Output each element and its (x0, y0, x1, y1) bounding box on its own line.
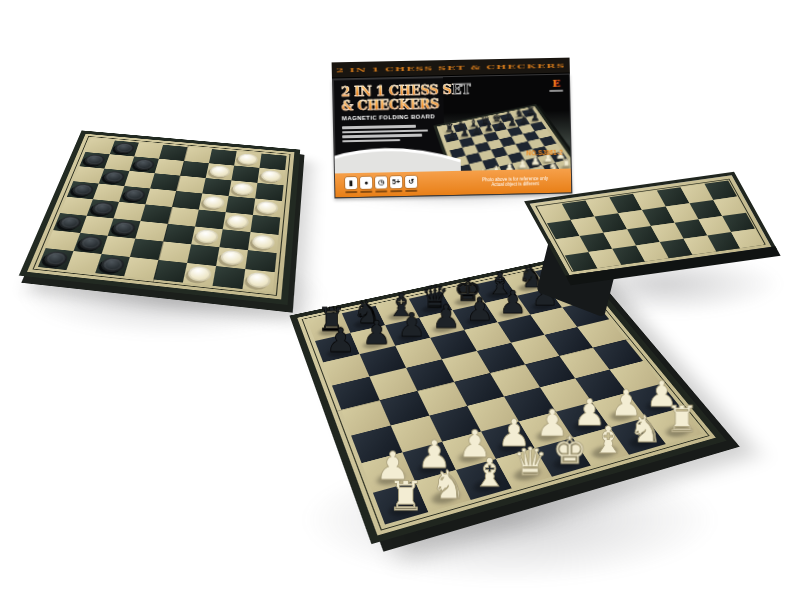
age-5-plus-icon-caption (390, 190, 402, 192)
checkers-board-wrap (15, 129, 303, 308)
checker-white-man (232, 182, 254, 196)
checkers-square-e4 (168, 207, 199, 227)
brand-logo-caption (549, 90, 563, 92)
checkers-square-h1 (242, 269, 274, 292)
checkers-square-c5 (119, 186, 150, 204)
black-pawn: ♟ (471, 124, 484, 137)
checkers-grid (38, 138, 287, 292)
checkers-square-f5 (199, 193, 229, 212)
box-top-text: 2 IN 1 CHESS SET & CHECKERS (332, 63, 570, 74)
brand-logo-letter: E (549, 79, 563, 89)
checker-white-man (261, 170, 282, 183)
folded-board-grid (538, 180, 764, 271)
checkers-square-g5 (226, 196, 255, 215)
checker-black-man (71, 183, 95, 197)
box-text-area: 2 IN 1 CHESS SET & CHECKERS MAGNETIC FOL… (333, 77, 455, 179)
checker-white-man (252, 234, 275, 250)
product-box: 2 IN 1 CHESS SET & CHECKERS ♜♞♝♛♚♝♞♜♟♟♟♟… (332, 58, 573, 199)
age-5-plus-icon: 5+ (390, 176, 402, 188)
swirl-arrow-icon-caption (405, 189, 417, 191)
checker-black-man (57, 215, 83, 230)
checker-black-man (78, 235, 104, 251)
black-dot-icon: ● (360, 177, 372, 189)
battery-icon-caption (345, 191, 357, 193)
safety-icon-row: ▮●◷5+↺ (345, 176, 417, 193)
feature-line (342, 125, 416, 129)
box-chess-square-h4 (540, 136, 557, 146)
checkers-square-b2 (74, 233, 108, 254)
black-pawn: ♟ (483, 121, 496, 134)
white-knight: ♞ (426, 463, 471, 508)
feature-line (342, 139, 400, 143)
black-pawn: ♟ (428, 300, 464, 336)
box-disclaimer: Photo above is for reference only Actual… (472, 175, 559, 188)
checkers-square-f2 (187, 244, 219, 266)
box-orange-band: ▮●◷5+↺ Photo above is for reference only… (335, 169, 571, 198)
chess-square-c4 (417, 382, 467, 416)
feature-line (342, 129, 428, 133)
black-pawn: ♟ (494, 119, 507, 132)
checkers-square-d7 (155, 159, 184, 176)
white-rook: ♜ (662, 399, 703, 440)
black-dot-icon-tile: ● (360, 177, 372, 193)
black-pawn: ♟ (529, 111, 541, 123)
checker-black-man (113, 142, 135, 154)
box-title-line2: & CHECKERS (341, 97, 453, 113)
swirl-arrow-icon: ↺ (405, 176, 417, 188)
checker-black-man (91, 201, 116, 216)
feature-line (342, 134, 422, 138)
checkers-square-e7 (180, 161, 209, 178)
black-pawn: ♟ (495, 285, 530, 320)
white-king: ♚ (548, 430, 591, 473)
battery-icon-tile: ▮ (345, 177, 357, 193)
black-dot-icon-caption (360, 190, 372, 192)
checkers-square-e1 (153, 260, 187, 283)
clock-icon-tile: ◷ (375, 177, 387, 193)
box-feature-text-lines (342, 124, 454, 142)
checkers-board (19, 130, 300, 304)
checker-white-man (202, 195, 225, 209)
checker-black-man (42, 250, 69, 267)
box-chess-square-d6 (483, 132, 499, 142)
checkers-square-f4 (195, 210, 226, 230)
checker-black-man (103, 170, 126, 183)
black-pawn: ♟ (518, 114, 530, 126)
black-pawn: ♟ (394, 307, 430, 343)
checker-white-man (209, 165, 231, 178)
checker-black-man (112, 220, 137, 235)
white-bishop: ♝ (587, 419, 629, 461)
checker-white-man (220, 249, 244, 266)
checker-white-man (226, 214, 249, 229)
checkers-square-f1 (183, 263, 216, 286)
checker-white-man (238, 153, 259, 166)
checker-black-man (133, 158, 155, 171)
product-photo-stage: ♜♞♝♛♚♝♞♜♟♟♟♟♟♟♟♟♟♟♟♟♟♟♟♟♜♞♝♛♚♝♞♜ 2 IN 1 … (0, 0, 800, 600)
checker-white-man (256, 200, 278, 214)
checker-black-man (123, 188, 147, 202)
box-subtitle: MAGNETIC FOLDING BOARD (342, 113, 454, 121)
black-pawn: ♟ (358, 315, 395, 352)
box-model-number: NO.SJ861-2 (526, 149, 562, 157)
folded-board-wrap (544, 150, 789, 325)
checkers-square-a6 (73, 166, 104, 183)
battery-icon: ▮ (345, 177, 357, 189)
white-bishop: ♝ (468, 451, 512, 495)
checker-white-man (187, 265, 212, 282)
checkers-square-a2 (46, 230, 81, 251)
checkers-square-f6 (202, 178, 231, 196)
black-pawn: ♟ (322, 323, 359, 360)
checkers-square-e8 (184, 147, 212, 163)
checker-black-man (83, 154, 106, 167)
brand-logo: E (549, 79, 563, 92)
checkers-square-g4 (223, 212, 253, 232)
clock-icon: ◷ (375, 177, 387, 189)
box-front-face: ♜♞♝♛♚♝♞♜♟♟♟♟♟♟♟♟♟♟♟♟♟♟♟♟♜♞♝♛♚♝♞♜ 2 IN 1 … (332, 74, 572, 199)
checker-white-man (246, 271, 270, 289)
black-pawn: ♟ (462, 292, 498, 328)
white-rook: ♜ (383, 474, 428, 519)
age-5-plus-icon-tile: 5+ (390, 176, 402, 192)
white-queen: ♛ (509, 440, 552, 483)
checkers-square-h2 (245, 250, 276, 272)
clock-icon-caption (375, 190, 387, 192)
black-pawn: ♟ (506, 116, 519, 129)
black-pawn: ♟ (458, 126, 471, 139)
checkers-square-g1 (213, 266, 246, 289)
swirl-arrow-icon-tile: ↺ (405, 176, 417, 192)
white-knight: ♞ (625, 409, 667, 451)
checker-black-man (100, 256, 126, 273)
checker-white-man (195, 229, 219, 245)
